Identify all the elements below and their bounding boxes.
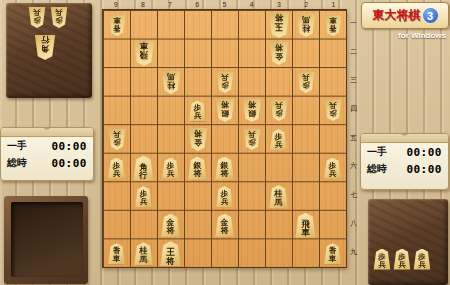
board-cell-2二[interactable] <box>292 39 319 68</box>
board-cell-6三[interactable] <box>184 67 211 96</box>
gote-clock-panel: 一手 00:00 総時 00:00 <box>0 127 94 181</box>
board-cell-5一[interactable] <box>211 10 238 39</box>
rank-coordinate-labels: 一二三四五六七八九 <box>347 9 360 266</box>
file-label-9: 9 <box>102 0 129 9</box>
board-cell-3九[interactable] <box>265 238 292 267</box>
board-cell-8三[interactable] <box>130 67 157 96</box>
piece-box-cavity <box>11 202 83 277</box>
board-cell-2九[interactable] <box>292 238 319 267</box>
move-time-value: 00:00 <box>406 146 442 159</box>
piece-pawn-gote[interactable]: 歩兵 <box>28 7 46 28</box>
board-cell-5九[interactable] <box>211 238 238 267</box>
board-cell-2六[interactable] <box>292 153 319 182</box>
app-logo: 東大将棋 3 for Windows <box>361 2 449 44</box>
board-cell-2七[interactable] <box>292 181 319 210</box>
board-cell-7二[interactable] <box>157 39 184 68</box>
sente-hand-stand[interactable]: 歩兵歩兵歩兵 <box>368 199 448 285</box>
board-cell-6七[interactable] <box>184 181 211 210</box>
piece-pawn-gote[interactable]: 歩兵 <box>50 7 68 28</box>
gote-hand-stand[interactable]: 歩兵歩兵角行 <box>6 3 92 98</box>
rank-label: 八 <box>347 209 360 238</box>
rank-label: 三 <box>347 66 360 95</box>
board-cell-1七[interactable] <box>319 181 346 210</box>
clock-decoration <box>1 128 93 137</box>
clock-decoration <box>361 134 448 143</box>
board-cell-6一[interactable] <box>184 10 211 39</box>
file-label-8: 8 <box>129 0 156 9</box>
rank-label: 四 <box>347 95 360 124</box>
total-time-value: 00:00 <box>51 157 87 170</box>
move-time-label: 一手 <box>367 145 387 159</box>
board-cell-7七[interactable] <box>157 181 184 210</box>
file-label-4: 4 <box>238 0 265 9</box>
shogi-app-window: 歩兵歩兵角行 一手 00:00 総時 00:00 987654321 一二三四五… <box>0 0 450 285</box>
move-time-value: 00:00 <box>51 140 87 153</box>
rank-label: 一 <box>347 9 360 38</box>
piece-bishop-gote[interactable]: 角行 <box>34 35 56 60</box>
board-cell-6九[interactable] <box>184 238 211 267</box>
board-cell-8四[interactable] <box>130 96 157 125</box>
file-coordinate-labels: 987654321 <box>102 0 347 9</box>
piece-pawn-sente[interactable]: 歩兵 <box>413 249 431 270</box>
file-label-2: 2 <box>293 0 320 9</box>
move-time-label: 一手 <box>7 139 27 153</box>
rank-label: 九 <box>347 238 360 267</box>
board-cell-4二[interactable] <box>238 39 265 68</box>
rank-label: 五 <box>347 123 360 152</box>
board-cell-5五[interactable] <box>211 124 238 153</box>
board-cell-8五[interactable] <box>130 124 157 153</box>
sente-clock-panel: 一手 00:00 総時 00:00 <box>360 133 449 190</box>
board-cell-9三[interactable] <box>103 67 130 96</box>
board-cell-4一[interactable] <box>238 10 265 39</box>
board-cell-2四[interactable] <box>292 96 319 125</box>
logo-subtitle: for Windows <box>361 31 449 40</box>
board-grid[interactable]: 香車玉将桂馬香車飛車金将桂馬歩兵歩兵歩兵銀将銀将歩兵歩兵歩兵金将歩兵歩兵歩兵角行… <box>102 9 347 268</box>
board-cell-1五[interactable] <box>319 124 346 153</box>
board-cell-3三[interactable] <box>265 67 292 96</box>
board-cell-1八[interactable] <box>319 210 346 239</box>
board-cell-4八[interactable] <box>238 210 265 239</box>
board-cell-1三[interactable] <box>319 67 346 96</box>
file-label-6: 6 <box>184 0 211 9</box>
total-time-label: 総時 <box>367 162 387 176</box>
rank-label: 七 <box>347 180 360 209</box>
board-cell-9二[interactable] <box>103 39 130 68</box>
total-time-label: 総時 <box>7 156 27 170</box>
board-cell-2五[interactable] <box>292 124 319 153</box>
piece-pawn-sente[interactable]: 歩兵 <box>393 249 411 270</box>
file-label-1: 1 <box>320 0 347 9</box>
board-cell-7五[interactable] <box>157 124 184 153</box>
board-cell-4三[interactable] <box>238 67 265 96</box>
logo-banner: 東大将棋 3 <box>361 2 449 29</box>
board-cell-8八[interactable] <box>130 210 157 239</box>
board-cell-1二[interactable] <box>319 39 346 68</box>
board-cell-4六[interactable] <box>238 153 265 182</box>
empty-piece-box <box>4 196 88 284</box>
rank-label: 六 <box>347 152 360 181</box>
board-cell-6二[interactable] <box>184 39 211 68</box>
file-label-5: 5 <box>211 0 238 9</box>
board-cell-9八[interactable] <box>103 210 130 239</box>
board-cell-4九[interactable] <box>238 238 265 267</box>
board-cell-7四[interactable] <box>157 96 184 125</box>
board-cell-8一[interactable] <box>130 10 157 39</box>
piece-pawn-sente[interactable]: 歩兵 <box>373 249 391 270</box>
file-label-3: 3 <box>265 0 292 9</box>
board-cell-3六[interactable] <box>265 153 292 182</box>
board-cell-7一[interactable] <box>157 10 184 39</box>
board-cell-4七[interactable] <box>238 181 265 210</box>
board-cell-9四[interactable] <box>103 96 130 125</box>
board-cell-3八[interactable] <box>265 210 292 239</box>
logo-version-badge: 3 <box>423 8 438 23</box>
rank-label: 二 <box>347 38 360 67</box>
board-cell-6八[interactable] <box>184 210 211 239</box>
file-label-7: 7 <box>156 0 183 9</box>
board-cell-5二[interactable] <box>211 39 238 68</box>
board-cell-9七[interactable] <box>103 181 130 210</box>
total-time-value: 00:00 <box>406 163 442 176</box>
logo-title: 東大将棋 <box>373 7 421 24</box>
